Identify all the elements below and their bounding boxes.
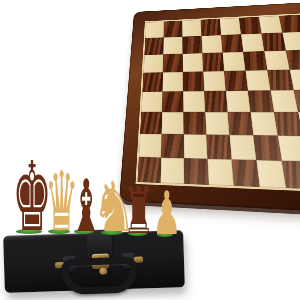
board-square-d5 xyxy=(203,71,226,91)
board-square-b7 xyxy=(163,37,182,55)
board-square-g3 xyxy=(274,112,300,136)
display-piece-rook-rosewood: ♜ xyxy=(123,179,155,243)
board-square-d3 xyxy=(205,112,229,135)
board-square-a5 xyxy=(142,72,163,91)
board-square-c4 xyxy=(183,91,205,112)
case-handle xyxy=(61,257,138,295)
board-square-b8 xyxy=(164,21,183,38)
board-square-d7 xyxy=(202,35,223,53)
board-square-a2 xyxy=(139,134,162,158)
board-square-e2 xyxy=(230,135,257,160)
board-square-b3 xyxy=(162,112,184,134)
board-square-c8 xyxy=(182,20,201,37)
board-square-f5 xyxy=(245,70,270,91)
board-square-a6 xyxy=(143,54,163,72)
board-square-b2 xyxy=(161,134,184,158)
board-square-b6 xyxy=(163,54,183,73)
board-square-e1 xyxy=(232,159,260,187)
board-square-c3 xyxy=(183,112,206,135)
board-square-f6 xyxy=(243,51,267,70)
board-square-b4 xyxy=(162,91,183,112)
board-square-c5 xyxy=(183,72,204,92)
board-square-a3 xyxy=(140,112,162,134)
board-square-f7 xyxy=(241,33,264,51)
board-square-d2 xyxy=(206,135,231,160)
board-square-c1 xyxy=(184,158,209,185)
display-piece-pawn-boxwood: ♟ xyxy=(152,183,182,243)
board-square-c6 xyxy=(183,53,204,72)
board-square-d1 xyxy=(207,159,233,186)
board-square-e5 xyxy=(224,71,248,91)
board-square-b5 xyxy=(162,72,183,92)
board-square-e4 xyxy=(226,91,251,112)
board-square-a7 xyxy=(144,37,163,55)
board-square-e8 xyxy=(220,18,241,35)
board-square-f8 xyxy=(239,17,261,34)
chessboard-squares xyxy=(136,13,300,192)
board-square-e6 xyxy=(223,52,246,71)
board-square-a8 xyxy=(145,22,164,39)
board-square-c2 xyxy=(184,134,208,159)
board-square-a4 xyxy=(141,92,162,113)
board-square-e3 xyxy=(228,112,254,135)
board-square-d6 xyxy=(202,53,224,72)
board-square-h8 xyxy=(279,15,300,33)
chess-set-photo: ♚♛♝♞♜♟ xyxy=(0,0,300,300)
board-square-g2 xyxy=(278,136,300,162)
board-square-h7 xyxy=(282,32,300,51)
board-square-d4 xyxy=(204,91,227,112)
board-square-d8 xyxy=(201,19,221,36)
board-square-c7 xyxy=(182,36,202,54)
board-square-e7 xyxy=(221,34,243,52)
